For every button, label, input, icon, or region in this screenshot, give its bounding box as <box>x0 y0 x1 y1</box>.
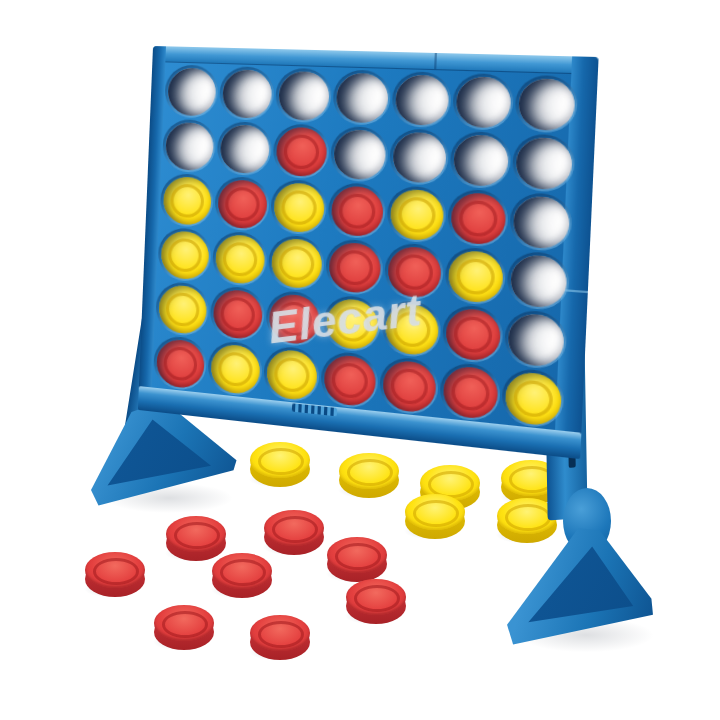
fd-ring <box>93 558 139 585</box>
grid-cell-r5c1 <box>154 280 211 339</box>
hole-empty <box>221 69 272 119</box>
disc-yellow <box>210 342 261 395</box>
disc-ring <box>222 241 258 277</box>
board-grid <box>152 63 580 430</box>
fd-top <box>85 552 145 588</box>
disc-red <box>382 359 437 414</box>
loose-disc-red <box>212 553 272 599</box>
grid-cell-r2c7 <box>510 132 577 194</box>
disc-red <box>275 126 327 177</box>
disc-ring <box>278 245 314 282</box>
disc-ring <box>512 378 553 418</box>
hole-empty <box>507 312 565 368</box>
fd-ring <box>354 585 400 612</box>
grid-cell-r3c6 <box>446 187 511 249</box>
hole-empty <box>167 67 217 116</box>
fd-ring <box>258 621 304 648</box>
disc-yellow <box>389 188 444 241</box>
disc-red <box>450 191 506 245</box>
grid-cell-r3c1 <box>159 172 216 230</box>
disc-ring <box>338 192 376 229</box>
grid-cell-r6c4 <box>319 349 380 411</box>
grid-cell-r1c5 <box>390 70 453 130</box>
disc-yellow <box>270 237 322 289</box>
hole-empty <box>509 253 567 308</box>
disc-ring <box>224 186 260 222</box>
loose-disc-yellow <box>405 494 465 540</box>
fd-top <box>166 516 226 552</box>
fd-top <box>327 537 387 573</box>
fd-ring <box>335 543 381 570</box>
fd-ring <box>162 611 208 638</box>
fd-top <box>154 605 214 641</box>
top-bar-seam <box>434 53 437 69</box>
grid-cell-r3c2 <box>213 175 271 233</box>
grid-cell-r1c6 <box>451 72 516 132</box>
fd-top <box>212 553 272 589</box>
fd-ring <box>413 500 459 527</box>
disc-red <box>323 353 376 407</box>
grid-cell-r6c2 <box>206 339 264 399</box>
hole-empty <box>515 136 573 190</box>
grid-cell-r6c7 <box>500 366 566 431</box>
connect-four-product-photo: Elecart <box>0 0 720 720</box>
disc-ring <box>458 199 498 237</box>
loose-disc-red <box>154 605 214 651</box>
disc-ring <box>273 356 309 393</box>
fd-ring <box>347 459 393 486</box>
disc-ring <box>390 367 428 406</box>
hole-empty <box>277 70 329 120</box>
connect-four-board <box>138 46 599 460</box>
disc-yellow <box>158 283 207 334</box>
grid-cell-r6c6 <box>438 360 503 424</box>
disc-ring <box>220 296 256 333</box>
disc-ring <box>397 196 436 233</box>
grid-cell-r4c1 <box>156 226 213 284</box>
grid-cell-r3c3 <box>269 178 329 237</box>
fd-top <box>264 510 324 546</box>
disc-red <box>442 364 498 420</box>
disc-ring <box>455 257 495 295</box>
disc-ring <box>336 249 373 286</box>
loose-disc-red <box>85 552 145 598</box>
hole-empty <box>333 128 386 180</box>
disc-red <box>212 288 263 340</box>
loose-disc-yellow <box>339 453 399 499</box>
grid-cell-r2c2 <box>215 120 273 178</box>
fd-top <box>405 494 465 530</box>
loose-disc-red <box>250 615 310 661</box>
grid-cell-r5c2 <box>208 284 266 344</box>
disc-red <box>155 337 204 389</box>
grid-cell-r3c5 <box>385 184 448 245</box>
fd-top <box>339 453 399 489</box>
fd-ring <box>258 448 304 475</box>
disc-ring <box>169 183 204 218</box>
fd-top <box>346 579 406 615</box>
loose-disc-red <box>346 579 406 625</box>
hole-empty <box>392 131 447 183</box>
grid-cell-r3c4 <box>326 181 387 241</box>
disc-red <box>217 178 268 229</box>
grid-cell-r3c7 <box>508 191 575 254</box>
grid-cell-r4c4 <box>324 237 385 298</box>
hole-empty <box>452 133 508 186</box>
disc-ring <box>165 291 200 327</box>
disc-yellow <box>214 233 265 284</box>
hole-empty <box>517 77 575 130</box>
grid-cell-r2c5 <box>388 127 451 187</box>
disc-ring <box>163 345 198 381</box>
hole-empty <box>219 124 270 174</box>
grid-cell-r4c3 <box>266 233 326 293</box>
hole-empty <box>512 195 570 250</box>
grid-cell-r1c2 <box>218 65 276 122</box>
disc-ring <box>217 350 252 387</box>
loose-disc-red <box>327 537 387 583</box>
grid-cell-r2c4 <box>329 125 390 184</box>
grid-cell-r1c4 <box>331 68 393 127</box>
disc-ring <box>450 372 489 411</box>
hole-empty <box>335 72 389 123</box>
disc-yellow <box>266 348 318 401</box>
loose-disc-yellow <box>250 442 310 488</box>
disc-red <box>328 241 381 294</box>
grid-cell-r2c1 <box>161 118 218 175</box>
hole-empty <box>164 121 213 171</box>
disc-yellow <box>273 181 325 233</box>
grid-cell-r4c7 <box>505 249 571 313</box>
grid-cell-r6c5 <box>378 355 441 418</box>
disc-yellow <box>160 229 209 280</box>
disc-red <box>330 185 383 237</box>
grid-cell-r1c7 <box>513 74 580 135</box>
grid-cell-r4c2 <box>211 229 269 288</box>
grid-cell-r6c3 <box>262 344 322 405</box>
disc-ring <box>283 133 320 169</box>
fd-ring <box>505 504 551 531</box>
fd-top <box>250 442 310 478</box>
disc-yellow <box>162 175 211 225</box>
fd-ring <box>272 516 318 543</box>
grid-cell-r2c3 <box>271 122 331 181</box>
grid-cell-r2c6 <box>448 130 513 191</box>
grid-cell-r6c1 <box>152 334 209 394</box>
fd-top <box>250 615 310 651</box>
disc-yellow <box>504 370 562 427</box>
disc-ring <box>280 189 317 225</box>
loose-disc-red <box>264 510 324 556</box>
hole-empty <box>394 74 449 126</box>
grid-cell-r1c1 <box>163 63 220 119</box>
grid-cell-r5c7 <box>502 308 568 372</box>
hole-empty <box>455 76 511 129</box>
fd-ring <box>174 522 220 549</box>
disc-ring <box>167 237 202 273</box>
disc-ring <box>331 361 368 399</box>
grid-cell-r1c3 <box>274 67 334 125</box>
fd-ring <box>220 559 266 586</box>
